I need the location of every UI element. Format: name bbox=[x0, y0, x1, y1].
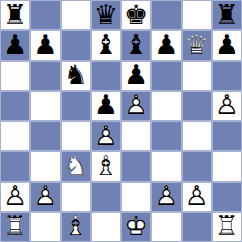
square-h7[interactable]: ♟ bbox=[212, 30, 242, 60]
square-b1[interactable] bbox=[30, 212, 60, 242]
piece-black-pawn[interactable]: ♟ bbox=[30, 30, 60, 60]
square-b2[interactable]: ♟♙ bbox=[30, 182, 60, 212]
square-e4[interactable] bbox=[121, 121, 151, 151]
piece-white-bishop[interactable]: ♝♗ bbox=[91, 151, 121, 181]
piece-fill-layer: ♝ bbox=[121, 30, 151, 60]
piece-black-knight[interactable]: ♞ bbox=[61, 61, 91, 91]
piece-black-king[interactable]: ♚ bbox=[121, 0, 151, 30]
square-d7[interactable]: ♝ bbox=[91, 30, 121, 60]
square-g8[interactable] bbox=[182, 0, 212, 30]
square-d5[interactable]: ♟ bbox=[91, 91, 121, 121]
piece-outline-layer: ♙ bbox=[30, 182, 60, 212]
square-h1[interactable]: ♜♖ bbox=[212, 212, 242, 242]
piece-fill-layer: ♝ bbox=[91, 30, 121, 60]
square-f7[interactable]: ♟ bbox=[151, 30, 181, 60]
piece-white-pawn[interactable]: ♟♙ bbox=[30, 182, 60, 212]
square-d8[interactable]: ♛ bbox=[91, 0, 121, 30]
square-c3[interactable]: ♞♘ bbox=[61, 151, 91, 181]
square-c1[interactable]: ♝♗ bbox=[61, 212, 91, 242]
square-f6[interactable] bbox=[151, 61, 181, 91]
piece-outline-layer: ♙ bbox=[121, 91, 151, 121]
square-f3[interactable] bbox=[151, 151, 181, 181]
piece-outline-layer: ♙ bbox=[182, 182, 212, 212]
piece-black-pawn[interactable]: ♟ bbox=[91, 91, 121, 121]
square-f8[interactable] bbox=[151, 0, 181, 30]
square-f2[interactable]: ♟♙ bbox=[151, 182, 181, 212]
piece-black-queen[interactable]: ♛ bbox=[91, 0, 121, 30]
piece-outline-layer: ♙ bbox=[91, 121, 121, 151]
square-b3[interactable] bbox=[30, 151, 60, 181]
piece-fill-layer: ♛ bbox=[91, 0, 121, 30]
square-a7[interactable]: ♟ bbox=[0, 30, 30, 60]
piece-white-pawn[interactable]: ♟♙ bbox=[151, 182, 181, 212]
piece-outline-layer: ♗ bbox=[61, 212, 91, 242]
square-g7[interactable]: ♛♕ bbox=[182, 30, 212, 60]
square-h2[interactable] bbox=[212, 182, 242, 212]
piece-white-rook[interactable]: ♜♖ bbox=[212, 212, 242, 242]
square-h5[interactable]: ♟♙ bbox=[212, 91, 242, 121]
piece-black-rook[interactable]: ♜ bbox=[212, 0, 242, 30]
square-c6[interactable]: ♞ bbox=[61, 61, 91, 91]
square-b4[interactable] bbox=[30, 121, 60, 151]
square-a2[interactable]: ♟♙ bbox=[0, 182, 30, 212]
piece-black-bishop[interactable]: ♝ bbox=[91, 30, 121, 60]
piece-black-pawn[interactable]: ♟ bbox=[0, 30, 30, 60]
square-e8[interactable]: ♚ bbox=[121, 0, 151, 30]
square-h4[interactable] bbox=[212, 121, 242, 151]
square-e7[interactable]: ♝ bbox=[121, 30, 151, 60]
piece-fill-layer: ♞ bbox=[61, 61, 91, 91]
piece-white-pawn[interactable]: ♟♙ bbox=[0, 182, 30, 212]
square-a3[interactable] bbox=[0, 151, 30, 181]
square-e3[interactable] bbox=[121, 151, 151, 181]
square-g2[interactable]: ♟♙ bbox=[182, 182, 212, 212]
square-a5[interactable] bbox=[0, 91, 30, 121]
piece-fill-layer: ♚ bbox=[121, 0, 151, 30]
piece-outline-layer: ♙ bbox=[212, 91, 242, 121]
piece-fill-layer: ♜ bbox=[0, 0, 30, 30]
square-g4[interactable] bbox=[182, 121, 212, 151]
square-d2[interactable] bbox=[91, 182, 121, 212]
square-b5[interactable] bbox=[30, 91, 60, 121]
square-g5[interactable] bbox=[182, 91, 212, 121]
piece-fill-layer: ♟ bbox=[212, 30, 242, 60]
square-d4[interactable]: ♟♙ bbox=[91, 121, 121, 151]
square-e2[interactable] bbox=[121, 182, 151, 212]
square-g1[interactable] bbox=[182, 212, 212, 242]
square-e5[interactable]: ♟♙ bbox=[121, 91, 151, 121]
piece-white-pawn[interactable]: ♟♙ bbox=[212, 91, 242, 121]
piece-black-pawn[interactable]: ♟ bbox=[121, 61, 151, 91]
square-c4[interactable] bbox=[61, 121, 91, 151]
piece-black-pawn[interactable]: ♟ bbox=[212, 30, 242, 60]
square-h6[interactable] bbox=[212, 61, 242, 91]
piece-black-rook[interactable]: ♜ bbox=[0, 0, 30, 30]
piece-white-king[interactable]: ♚♔ bbox=[121, 212, 151, 242]
square-g6[interactable] bbox=[182, 61, 212, 91]
square-c2[interactable] bbox=[61, 182, 91, 212]
piece-outline-layer: ♔ bbox=[121, 212, 151, 242]
piece-fill-layer: ♟ bbox=[30, 30, 60, 60]
piece-white-knight[interactable]: ♞♘ bbox=[61, 151, 91, 181]
piece-outline-layer: ♖ bbox=[0, 212, 30, 242]
piece-white-pawn[interactable]: ♟♙ bbox=[121, 91, 151, 121]
square-f4[interactable] bbox=[151, 121, 181, 151]
square-d3[interactable]: ♝♗ bbox=[91, 151, 121, 181]
square-c8[interactable] bbox=[61, 0, 91, 30]
piece-outline-layer: ♗ bbox=[91, 151, 121, 181]
chess-board: ♜♛♚♜♟♟♝♝♟♛♕♟♞♟♟♟♙♟♙♟♙♞♘♝♗♟♙♟♙♟♙♟♙♜♖♝♗♚♔♜… bbox=[0, 0, 242, 242]
square-b8[interactable] bbox=[30, 0, 60, 30]
piece-outline-layer: ♖ bbox=[212, 212, 242, 242]
square-c7[interactable] bbox=[61, 30, 91, 60]
piece-fill-layer: ♟ bbox=[121, 61, 151, 91]
piece-black-bishop[interactable]: ♝ bbox=[121, 30, 151, 60]
piece-fill-layer: ♜ bbox=[212, 0, 242, 30]
square-h8[interactable]: ♜ bbox=[212, 0, 242, 30]
piece-white-pawn[interactable]: ♟♙ bbox=[91, 121, 121, 151]
square-a1[interactable]: ♜♖ bbox=[0, 212, 30, 242]
square-e6[interactable]: ♟ bbox=[121, 61, 151, 91]
piece-outline-layer: ♘ bbox=[61, 151, 91, 181]
piece-white-queen[interactable]: ♛♕ bbox=[182, 30, 212, 60]
square-a4[interactable] bbox=[0, 121, 30, 151]
piece-outline-layer: ♕ bbox=[182, 30, 212, 60]
square-d1[interactable] bbox=[91, 212, 121, 242]
piece-fill-layer: ♟ bbox=[0, 30, 30, 60]
square-f5[interactable] bbox=[151, 91, 181, 121]
piece-fill-layer: ♟ bbox=[91, 91, 121, 121]
square-c5[interactable] bbox=[61, 91, 91, 121]
piece-outline-layer: ♙ bbox=[151, 182, 181, 212]
square-d6[interactable] bbox=[91, 61, 121, 91]
piece-white-pawn[interactable]: ♟♙ bbox=[182, 182, 212, 212]
square-b7[interactable]: ♟ bbox=[30, 30, 60, 60]
piece-white-rook[interactable]: ♜♖ bbox=[0, 212, 30, 242]
square-h3[interactable] bbox=[212, 151, 242, 181]
piece-outline-layer: ♙ bbox=[0, 182, 30, 212]
piece-black-pawn[interactable]: ♟ bbox=[151, 30, 181, 60]
square-g3[interactable] bbox=[182, 151, 212, 181]
piece-white-bishop[interactable]: ♝♗ bbox=[61, 212, 91, 242]
square-a8[interactable]: ♜ bbox=[0, 0, 30, 30]
square-e1[interactable]: ♚♔ bbox=[121, 212, 151, 242]
square-a6[interactable] bbox=[0, 61, 30, 91]
square-f1[interactable] bbox=[151, 212, 181, 242]
piece-fill-layer: ♟ bbox=[151, 30, 181, 60]
square-b6[interactable] bbox=[30, 61, 60, 91]
